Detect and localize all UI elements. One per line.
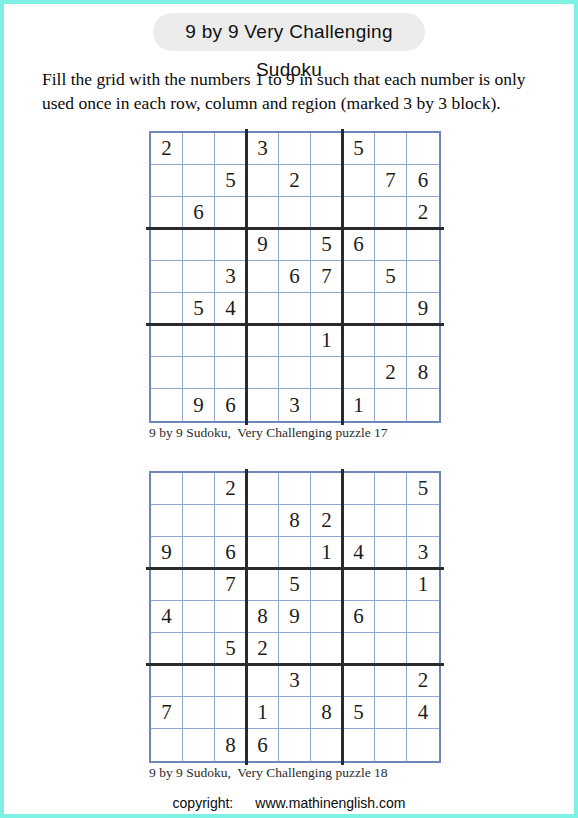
p1-cell-r6c7[interactable]	[343, 293, 375, 325]
p1-cell-r6c6[interactable]	[311, 293, 343, 325]
p1-cell-r7c5[interactable]	[279, 325, 311, 357]
p2-cell-r6c4: 2	[247, 633, 279, 665]
p1-cell-r5c2[interactable]	[183, 261, 215, 293]
p2-cell-r7c5: 3	[279, 665, 311, 697]
p2-cell-r5c9[interactable]	[407, 601, 439, 633]
p2-cell-r4c6[interactable]	[311, 569, 343, 601]
p1-cell-r8c8: 2	[375, 357, 407, 389]
p2-cell-r6c6[interactable]	[311, 633, 343, 665]
p1-cell-r8c9: 8	[407, 357, 439, 389]
p2-cell-r3c7: 4	[343, 537, 375, 569]
p1-cell-r3c2: 6	[183, 197, 215, 229]
p2-cell-r6c3: 5	[215, 633, 247, 665]
p1-cell-r6c3: 4	[215, 293, 247, 325]
p2-cell-r2c4[interactable]	[247, 505, 279, 537]
p2-cell-r6c8[interactable]	[375, 633, 407, 665]
p1-cell-r4c8[interactable]	[375, 229, 407, 261]
p2-cell-r2c5: 8	[279, 505, 311, 537]
p1-cell-r4c1[interactable]	[151, 229, 183, 261]
p2-cell-r9c2[interactable]	[183, 729, 215, 761]
p1-cell-r6c4[interactable]	[247, 293, 279, 325]
p2-cell-r2c7[interactable]	[343, 505, 375, 537]
p1-cell-r5c5: 6	[279, 261, 311, 293]
p2-cell-r6c9[interactable]	[407, 633, 439, 665]
p1-cell-r1c9[interactable]	[407, 133, 439, 165]
puzzle-1-caption: 9 by 9 Sudoku, Very Challenging puzzle 1…	[149, 425, 388, 441]
block-divider-vertical-2	[341, 469, 344, 765]
p1-cell-r3c8[interactable]	[375, 197, 407, 229]
p1-cell-r4c4: 9	[247, 229, 279, 261]
p1-cell-r1c3[interactable]	[215, 133, 247, 165]
p2-cell-r1c6[interactable]	[311, 473, 343, 505]
p2-cell-r5c5: 9	[279, 601, 311, 633]
p1-cell-r6c1[interactable]	[151, 293, 183, 325]
p1-cell-r7c7[interactable]	[343, 325, 375, 357]
p1-cell-r8c3[interactable]	[215, 357, 247, 389]
p1-cell-r1c2[interactable]	[183, 133, 215, 165]
p1-cell-r5c6: 7	[311, 261, 343, 293]
p2-cell-r7c3[interactable]	[215, 665, 247, 697]
p1-cell-r7c6: 1	[311, 325, 343, 357]
p2-cell-r5c3[interactable]	[215, 601, 247, 633]
p2-cell-r8c1: 7	[151, 697, 183, 729]
p2-cell-r5c8[interactable]	[375, 601, 407, 633]
p2-cell-r4c3: 7	[215, 569, 247, 601]
p1-cell-r8c7[interactable]	[343, 357, 375, 389]
p1-cell-r9c5: 3	[279, 389, 311, 421]
p2-cell-r7c1[interactable]	[151, 665, 183, 697]
p1-cell-r6c8[interactable]	[375, 293, 407, 325]
p1-cell-r8c2[interactable]	[183, 357, 215, 389]
puzzle-2-caption: 9 by 9 Sudoku, Very Challenging puzzle 1…	[149, 765, 388, 781]
p1-cell-r3c9: 2	[407, 197, 439, 229]
p1-cell-r7c4[interactable]	[247, 325, 279, 357]
p1-cell-r3c1[interactable]	[151, 197, 183, 229]
p1-cell-r5c4[interactable]	[247, 261, 279, 293]
p2-cell-r8c4: 1	[247, 697, 279, 729]
p2-cell-r8c6: 8	[311, 697, 343, 729]
p1-cell-r9c6[interactable]	[311, 389, 343, 421]
p2-cell-r3c9: 3	[407, 537, 439, 569]
p1-cell-r3c7[interactable]	[343, 197, 375, 229]
p1-cell-r1c8[interactable]	[375, 133, 407, 165]
p2-cell-r5c2[interactable]	[183, 601, 215, 633]
p1-cell-r2c3: 5	[215, 165, 247, 197]
p1-cell-r3c6[interactable]	[311, 197, 343, 229]
p2-cell-r4c4[interactable]	[247, 569, 279, 601]
p1-cell-r5c8: 5	[375, 261, 407, 293]
p2-cell-r8c9: 4	[407, 697, 439, 729]
p1-cell-r3c3[interactable]	[215, 197, 247, 229]
p2-cell-r1c9: 5	[407, 473, 439, 505]
p2-cell-r2c9[interactable]	[407, 505, 439, 537]
instructions-line-1: Fill the grid with the numbers 1 to 9 in…	[42, 67, 526, 91]
p1-cell-r1c6[interactable]	[311, 133, 343, 165]
p1-cell-r4c9[interactable]	[407, 229, 439, 261]
p1-cell-r2c1[interactable]	[151, 165, 183, 197]
p1-cell-r3c4[interactable]	[247, 197, 279, 229]
p1-cell-r9c9[interactable]	[407, 389, 439, 421]
p1-cell-r9c2: 9	[183, 389, 215, 421]
p2-cell-r6c1[interactable]	[151, 633, 183, 665]
p1-cell-r4c2[interactable]	[183, 229, 215, 261]
p2-cell-r5c1: 4	[151, 601, 183, 633]
p1-cell-r5c3: 3	[215, 261, 247, 293]
p2-cell-r1c3: 2	[215, 473, 247, 505]
p2-cell-r3c5[interactable]	[279, 537, 311, 569]
p2-cell-r2c2[interactable]	[183, 505, 215, 537]
p1-cell-r5c9[interactable]	[407, 261, 439, 293]
p1-cell-r9c8[interactable]	[375, 389, 407, 421]
p1-cell-r8c6[interactable]	[311, 357, 343, 389]
p1-cell-r6c5[interactable]	[279, 293, 311, 325]
p1-cell-r4c3[interactable]	[215, 229, 247, 261]
p2-cell-r9c3: 8	[215, 729, 247, 761]
p2-cell-r9c7[interactable]	[343, 729, 375, 761]
p2-cell-r6c5[interactable]	[279, 633, 311, 665]
p2-cell-r9c4: 6	[247, 729, 279, 761]
p2-cell-r5c4: 8	[247, 601, 279, 633]
p1-cell-r2c7[interactable]	[343, 165, 375, 197]
p1-cell-r7c3[interactable]	[215, 325, 247, 357]
p1-cell-r1c5[interactable]	[279, 133, 311, 165]
sudoku-board-1: 23552766295636755491289631	[149, 131, 441, 423]
p2-cell-r8c5[interactable]	[279, 697, 311, 729]
p1-cell-r6c2: 5	[183, 293, 215, 325]
p2-cell-r7c2[interactable]	[183, 665, 215, 697]
p2-cell-r8c2[interactable]	[183, 697, 215, 729]
p1-cell-r1c4: 3	[247, 133, 279, 165]
p2-cell-r3c1: 9	[151, 537, 183, 569]
block-divider-horizontal-1	[146, 227, 444, 230]
p2-cell-r2c3[interactable]	[215, 505, 247, 537]
p1-cell-r6c9: 9	[407, 293, 439, 325]
p2-cell-r9c8[interactable]	[375, 729, 407, 761]
p1-cell-r1c1: 2	[151, 133, 183, 165]
p2-cell-r1c4[interactable]	[247, 473, 279, 505]
instructions: Fill the grid with the numbers 1 to 9 in…	[42, 67, 526, 115]
p2-cell-r4c8[interactable]	[375, 569, 407, 601]
p2-cell-r7c6[interactable]	[311, 665, 343, 697]
block-divider-vertical-1	[245, 129, 248, 425]
p1-cell-r7c8[interactable]	[375, 325, 407, 357]
p1-cell-r8c4[interactable]	[247, 357, 279, 389]
p2-cell-r5c7: 6	[343, 601, 375, 633]
p2-cell-r4c9: 1	[407, 569, 439, 601]
p2-cell-r1c5[interactable]	[279, 473, 311, 505]
p1-cell-r2c9: 6	[407, 165, 439, 197]
p1-cell-r7c1[interactable]	[151, 325, 183, 357]
p1-cell-r2c6[interactable]	[311, 165, 343, 197]
p2-cell-r4c1[interactable]	[151, 569, 183, 601]
p1-cell-r2c5: 2	[279, 165, 311, 197]
p2-cell-r9c1[interactable]	[151, 729, 183, 761]
block-divider-vertical-1	[245, 469, 248, 765]
p1-cell-r4c6: 5	[311, 229, 343, 261]
p2-cell-r1c2[interactable]	[183, 473, 215, 505]
p1-cell-r8c1[interactable]	[151, 357, 183, 389]
p2-cell-r3c4[interactable]	[247, 537, 279, 569]
p2-cell-r4c7[interactable]	[343, 569, 375, 601]
p1-cell-r1c7: 5	[343, 133, 375, 165]
p1-cell-r4c5[interactable]	[279, 229, 311, 261]
block-divider-horizontal-2	[146, 663, 444, 666]
p2-cell-r5c6[interactable]	[311, 601, 343, 633]
p2-cell-r4c2[interactable]	[183, 569, 215, 601]
p1-cell-r4c7: 6	[343, 229, 375, 261]
p1-cell-r9c1[interactable]	[151, 389, 183, 421]
block-divider-horizontal-2	[146, 323, 444, 326]
sudoku-grid-2: 258296143751489652327185486	[151, 473, 439, 761]
p2-cell-r9c5[interactable]	[279, 729, 311, 761]
p1-cell-r9c3: 6	[215, 389, 247, 421]
p2-cell-r9c9[interactable]	[407, 729, 439, 761]
p1-cell-r8c5[interactable]	[279, 357, 311, 389]
p2-cell-r3c6: 1	[311, 537, 343, 569]
p1-cell-r9c7: 1	[343, 389, 375, 421]
p2-cell-r3c3: 6	[215, 537, 247, 569]
p2-cell-r7c7[interactable]	[343, 665, 375, 697]
page-title: 9 by 9 Very Challenging Sudoku	[153, 13, 425, 51]
p1-cell-r9c4[interactable]	[247, 389, 279, 421]
p1-cell-r5c1[interactable]	[151, 261, 183, 293]
p2-cell-r8c3[interactable]	[215, 697, 247, 729]
p1-cell-r7c2[interactable]	[183, 325, 215, 357]
instructions-line-2: used once in each row, column and region…	[42, 91, 526, 115]
p2-cell-r8c8[interactable]	[375, 697, 407, 729]
worksheet-page: 9 by 9 Very Challenging Sudoku Fill the …	[0, 0, 578, 818]
p2-cell-r7c8[interactable]	[375, 665, 407, 697]
block-divider-horizontal-1	[146, 567, 444, 570]
p1-cell-r5c7[interactable]	[343, 261, 375, 293]
p2-cell-r1c8[interactable]	[375, 473, 407, 505]
p2-cell-r6c7[interactable]	[343, 633, 375, 665]
p2-cell-r4c5: 5	[279, 569, 311, 601]
p2-cell-r6c2[interactable]	[183, 633, 215, 665]
p2-cell-r7c4[interactable]	[247, 665, 279, 697]
p1-cell-r2c2[interactable]	[183, 165, 215, 197]
sudoku-board-2: 258296143751489652327185486	[149, 471, 441, 763]
p2-cell-r3c2[interactable]	[183, 537, 215, 569]
p2-cell-r2c6: 2	[311, 505, 343, 537]
p1-cell-r2c4[interactable]	[247, 165, 279, 197]
p1-cell-r3c5[interactable]	[279, 197, 311, 229]
footer: copyright:www.mathinenglish.com	[4, 795, 574, 811]
copyright-url: www.mathinenglish.com	[255, 795, 405, 811]
p2-cell-r7c9: 2	[407, 665, 439, 697]
p2-cell-r3c8[interactable]	[375, 537, 407, 569]
p1-cell-r2c8: 7	[375, 165, 407, 197]
block-divider-vertical-2	[341, 129, 344, 425]
p2-cell-r9c6[interactable]	[311, 729, 343, 761]
p2-cell-r2c8[interactable]	[375, 505, 407, 537]
p1-cell-r7c9[interactable]	[407, 325, 439, 357]
p2-cell-r2c1[interactable]	[151, 505, 183, 537]
p2-cell-r1c1[interactable]	[151, 473, 183, 505]
p2-cell-r8c7: 5	[343, 697, 375, 729]
p2-cell-r1c7[interactable]	[343, 473, 375, 505]
copyright-label: copyright:	[173, 795, 234, 811]
sudoku-grid-1: 23552766295636755491289631	[151, 133, 439, 421]
